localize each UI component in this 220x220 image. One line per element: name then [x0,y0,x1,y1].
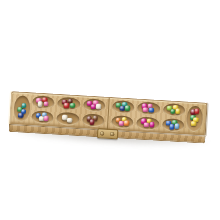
stone-blue [148,107,154,113]
left-pit-grid [31,95,106,127]
stone-navy [18,112,24,118]
pit-bottom-6[interactable] [162,118,185,132]
stone-pink [43,101,49,107]
pit-top-3[interactable] [83,98,106,112]
pit-bottom-3[interactable] [82,113,105,127]
stone-darkred [89,119,95,125]
stone-red [194,108,200,114]
stone-yellow [175,108,181,114]
photo-scene [0,0,220,220]
stone-pink [143,107,149,113]
stone-red [64,103,70,109]
hinge-screw-icon [110,132,114,136]
pit-bottom-1[interactable] [31,110,54,124]
hinge [96,128,118,139]
stone-pink [43,115,49,121]
pit-top-5[interactable] [137,102,160,116]
hinge-screw-icon [100,131,104,135]
right-pit-grid [111,100,186,132]
pit-top-1[interactable] [32,95,55,109]
pit-top-6[interactable] [162,103,185,117]
stone-magenta [149,122,155,128]
stone-lightblue [174,123,180,129]
stone-green [124,105,130,111]
right-store[interactable] [186,105,204,132]
stone-teal [21,103,27,109]
pit-bottom-2[interactable] [56,112,79,126]
stone-yellow [191,121,197,127]
pit-bottom-4[interactable] [111,115,134,129]
stone-orange [124,120,130,126]
stone-green [69,102,75,108]
pit-bottom-5[interactable] [136,117,159,131]
stone-white [67,117,73,123]
pit-top-2[interactable] [57,97,80,111]
stone-white [37,101,43,107]
left-store[interactable] [13,95,31,122]
stone-white [96,103,102,109]
pit-top-4[interactable] [112,100,135,114]
